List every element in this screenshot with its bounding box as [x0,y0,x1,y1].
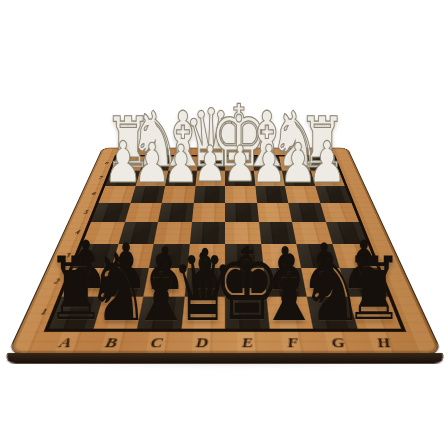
square-b1 [93,296,143,329]
file-labels: ABCDEFGH [40,334,410,352]
file-label-a: A [40,334,92,352]
square-f2 [263,268,307,296]
square-h3 [332,244,377,269]
square-b2 [103,268,149,296]
file-label-d: D [179,334,225,352]
file-label-b: B [86,334,136,352]
square-c1 [137,296,184,329]
square-b5 [125,203,162,222]
square-c5 [158,203,193,222]
square-h7 [310,170,344,185]
square-d1 [181,296,225,329]
square-d6 [193,186,225,203]
square-c7 [165,170,196,185]
square-h2 [339,268,388,296]
square-c2 [143,268,187,296]
square-e2 [225,268,266,296]
square-a7 [105,170,139,185]
square-h6 [315,186,352,203]
file-label-f: F [270,334,318,352]
square-f6 [255,186,288,203]
chess-board: 87654321 ABCDEFGH [7,148,443,354]
square-e7 [225,170,255,185]
file-label-c: C [132,334,180,352]
square-b7 [135,170,168,185]
square-h5 [320,203,359,222]
square-e3 [225,244,263,269]
square-d2 [184,268,225,296]
square-f4 [259,222,297,244]
square-d4 [189,222,225,244]
square-d5 [192,203,226,222]
square-e1 [225,296,269,329]
square-f5 [257,203,292,222]
square-h8 [306,156,339,170]
square-e6 [225,186,257,203]
square-d3 [187,244,225,269]
file-label-e: E [225,334,271,352]
square-d7 [195,170,225,185]
square-e5 [225,203,259,222]
square-f7 [253,170,284,185]
square-g8 [279,156,310,170]
square-e8 [225,156,253,170]
chess-product-photo: 87654321 ABCDEFGH ♜♞♝♛♚♝♞♜♟♟♟♟♟♟♟♟♟♟♟♟♟♟… [0,0,448,448]
square-c6 [162,186,195,203]
square-c4 [154,222,192,244]
square-f3 [261,244,301,269]
square-b4 [118,222,158,244]
square-f1 [266,296,313,329]
square-e4 [225,222,261,244]
square-b8 [140,156,171,170]
square-b3 [111,244,154,269]
square-d8 [197,156,225,170]
square-f8 [252,156,282,170]
square-a8 [111,156,144,170]
square-h4 [326,222,368,244]
square-h1 [347,296,401,329]
file-label-h: H [359,334,411,352]
file-label-g: G [314,334,364,352]
square-c8 [168,156,198,170]
square-g7 [282,170,315,185]
square-b6 [130,186,165,203]
square-c3 [149,244,189,269]
